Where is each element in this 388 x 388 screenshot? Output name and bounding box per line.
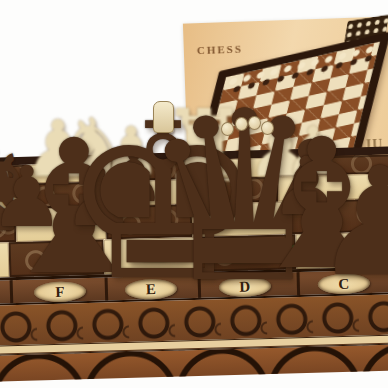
queen-coronet-ball bbox=[235, 117, 248, 131]
box-title: CHESS bbox=[197, 43, 243, 57]
king-cream-finial bbox=[153, 101, 174, 133]
product-photo-chess-set: CHESS JU bbox=[0, 0, 388, 388]
black-pawn-b7: ♟ bbox=[313, 147, 388, 297]
queen-coronet-ball bbox=[221, 122, 234, 136]
queen-coronet-ball bbox=[248, 116, 261, 130]
queen-coronet-ball bbox=[261, 121, 274, 135]
